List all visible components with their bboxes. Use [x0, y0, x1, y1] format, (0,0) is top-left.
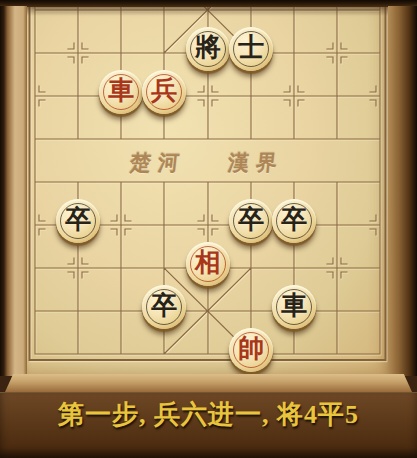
- piece-black-general[interactable]: 將: [186, 27, 230, 71]
- piece-glyph-black-soldier-4: 卒: [151, 293, 177, 319]
- piece-glyph-black-chariot: 車: [281, 293, 307, 319]
- board-frame-left: [0, 6, 27, 376]
- piece-glyph-black-soldier-2: 卒: [238, 207, 264, 233]
- piece-red-elephant[interactable]: 相: [186, 242, 230, 286]
- piece-black-soldier-2[interactable]: 卒: [229, 199, 273, 243]
- board-frame-right: [388, 6, 417, 376]
- piece-red-general[interactable]: 帥: [229, 328, 273, 372]
- board-frame-top: [0, 0, 417, 7]
- piece-red-chariot[interactable]: 車: [99, 70, 143, 114]
- piece-black-soldier-1[interactable]: 卒: [56, 199, 100, 243]
- piece-black-chariot[interactable]: 車: [272, 285, 316, 329]
- move-caption: 第一步, 兵六进一, 将4平5: [58, 397, 359, 432]
- piece-glyph-black-soldier-3: 卒: [281, 207, 307, 233]
- piece-red-soldier[interactable]: 兵: [142, 70, 186, 114]
- piece-glyph-black-soldier-1: 卒: [65, 207, 91, 233]
- river-label-han-jie: 漢界: [227, 149, 286, 177]
- piece-black-advisor[interactable]: 士: [229, 27, 273, 71]
- piece-glyph-red-chariot: 車: [108, 78, 134, 104]
- xiangqi-app-screen: 楚河 漢界 將士車兵卒卒卒相卒車帥 第一步, 兵六进一, 将4平5: [0, 0, 417, 458]
- piece-glyph-black-general: 將: [195, 35, 221, 61]
- caption-band: 第一步, 兵六进一, 将4平5: [0, 392, 417, 458]
- piece-glyph-black-advisor: 士: [238, 35, 264, 61]
- piece-black-soldier-3[interactable]: 卒: [272, 199, 316, 243]
- river-label-chu-he: 楚河: [129, 149, 188, 177]
- board-front-edge: [5, 374, 412, 392]
- piece-black-soldier-4[interactable]: 卒: [142, 285, 186, 329]
- piece-glyph-red-soldier: 兵: [151, 78, 177, 104]
- piece-glyph-red-general: 帥: [238, 336, 264, 362]
- piece-glyph-red-elephant: 相: [195, 250, 221, 276]
